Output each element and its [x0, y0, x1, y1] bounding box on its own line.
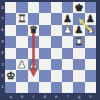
- black-pawn[interactable]: ♟: [75, 25, 84, 35]
- square-h6[interactable]: ♞: [85, 25, 96, 36]
- square-c6[interactable]: ♛: [28, 25, 39, 36]
- square-a7[interactable]: [5, 13, 16, 24]
- black-queen[interactable]: ♛: [29, 25, 38, 35]
- square-g4[interactable]: [73, 48, 84, 59]
- square-a8[interactable]: [5, 2, 16, 13]
- square-h5[interactable]: [85, 36, 96, 47]
- square-a5[interactable]: [5, 36, 16, 47]
- square-f6[interactable]: ♟: [62, 25, 73, 36]
- file-label-f: f: [62, 93, 73, 100]
- white-knight[interactable]: ♞: [86, 25, 95, 35]
- square-f4[interactable]: [62, 48, 73, 59]
- chess-board-screenshot: 87654321 abcdefgh ♚♜♟♟♛♟♟♞♜♟♟♚: [0, 0, 100, 100]
- square-a6[interactable]: [5, 25, 16, 36]
- square-b6[interactable]: [16, 25, 27, 36]
- square-e1[interactable]: [51, 82, 62, 93]
- black-pawn[interactable]: ♟: [86, 14, 95, 24]
- white-rook[interactable]: ♜: [75, 36, 84, 46]
- square-b1[interactable]: [16, 82, 27, 93]
- square-c3[interactable]: ♟: [28, 59, 39, 70]
- square-g1[interactable]: [73, 82, 84, 93]
- square-e2[interactable]: [51, 70, 62, 81]
- black-king[interactable]: ♚: [75, 2, 84, 12]
- square-c2[interactable]: [28, 70, 39, 81]
- square-e3[interactable]: [51, 59, 62, 70]
- square-b7[interactable]: ♜: [16, 13, 27, 24]
- white-pawn[interactable]: ♟: [63, 25, 72, 35]
- square-e4[interactable]: [51, 48, 62, 59]
- file-label-b: b: [16, 93, 27, 100]
- square-f1[interactable]: [62, 82, 73, 93]
- file-labels: abcdefgh: [5, 93, 96, 100]
- file-label-h: h: [85, 93, 96, 100]
- square-h1[interactable]: [85, 82, 96, 93]
- square-f5[interactable]: [62, 36, 73, 47]
- square-e5[interactable]: [51, 36, 62, 47]
- square-b5[interactable]: [16, 36, 27, 47]
- square-g5[interactable]: ♜: [73, 36, 84, 47]
- square-b2[interactable]: [16, 70, 27, 81]
- square-h3[interactable]: [85, 59, 96, 70]
- square-c8[interactable]: [28, 2, 39, 13]
- white-pawn[interactable]: ♟: [29, 59, 38, 69]
- file-label-c: c: [28, 93, 39, 100]
- square-h4[interactable]: [85, 48, 96, 59]
- square-b3[interactable]: ♟: [16, 59, 27, 70]
- square-g3[interactable]: [73, 59, 84, 70]
- square-a1[interactable]: [5, 82, 16, 93]
- square-f3[interactable]: [62, 59, 73, 70]
- file-label-g: g: [73, 93, 84, 100]
- white-rook[interactable]: ♜: [18, 14, 27, 24]
- square-d3[interactable]: [39, 59, 50, 70]
- file-label-e: e: [51, 93, 62, 100]
- square-e8[interactable]: [51, 2, 62, 13]
- board: ♚♜♟♟♛♟♟♞♜♟♟♚: [5, 2, 96, 93]
- square-a2[interactable]: ♚: [5, 70, 16, 81]
- square-g2[interactable]: [73, 70, 84, 81]
- square-e7[interactable]: [51, 13, 62, 24]
- square-c5[interactable]: [28, 36, 39, 47]
- square-d1[interactable]: [39, 82, 50, 93]
- square-d4[interactable]: [39, 48, 50, 59]
- square-a4[interactable]: [5, 48, 16, 59]
- file-label-d: d: [39, 93, 50, 100]
- square-d2[interactable]: [39, 70, 50, 81]
- square-c1[interactable]: [28, 82, 39, 93]
- square-f2[interactable]: [62, 70, 73, 81]
- square-h2[interactable]: [85, 70, 96, 81]
- black-pawn[interactable]: ♟: [63, 14, 72, 24]
- square-d6[interactable]: [39, 25, 50, 36]
- square-d7[interactable]: [39, 13, 50, 24]
- square-d8[interactable]: [39, 2, 50, 13]
- white-king[interactable]: ♚: [6, 71, 15, 81]
- square-d5[interactable]: [39, 36, 50, 47]
- square-g8[interactable]: ♚: [73, 2, 84, 13]
- file-label-a: a: [5, 93, 16, 100]
- white-pawn[interactable]: ♟: [18, 59, 27, 69]
- square-e6[interactable]: [51, 25, 62, 36]
